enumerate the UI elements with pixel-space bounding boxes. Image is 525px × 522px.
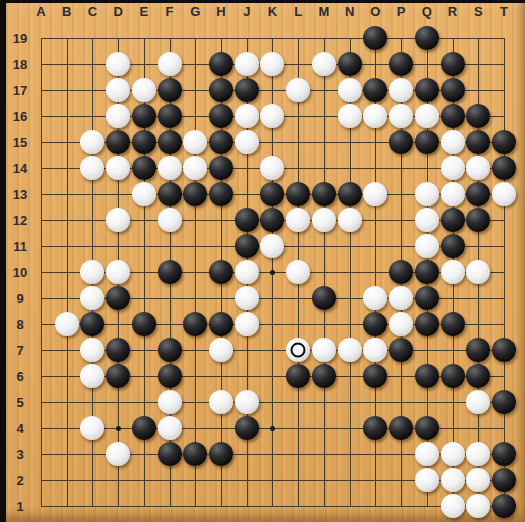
black-stone-M6[interactable] (312, 364, 336, 388)
white-stone-Q16[interactable] (415, 104, 439, 128)
white-stone-J15[interactable] (235, 130, 259, 154)
white-stone-R3[interactable] (441, 442, 465, 466)
black-stone-D7[interactable] (106, 338, 130, 362)
row-label: 15 (13, 135, 27, 150)
column-label: Q (422, 4, 432, 19)
black-stone-G13[interactable] (183, 182, 207, 206)
black-stone-T2[interactable] (492, 468, 516, 492)
column-label: M (318, 4, 329, 19)
white-stone-P9[interactable] (389, 286, 413, 310)
gridline-v (324, 38, 325, 506)
white-stone-O7[interactable] (363, 338, 387, 362)
white-stone-G14[interactable] (183, 156, 207, 180)
gridline-v (67, 38, 68, 506)
black-stone-S12[interactable] (466, 208, 490, 232)
white-stone-J10[interactable] (235, 260, 259, 284)
black-stone-R18[interactable] (441, 52, 465, 76)
row-label: 17 (13, 83, 27, 98)
column-label: B (62, 4, 71, 19)
white-stone-N7[interactable] (338, 338, 362, 362)
black-stone-K12[interactable] (260, 208, 284, 232)
star-point (270, 426, 275, 431)
white-stone-R10[interactable] (441, 260, 465, 284)
black-stone-R12[interactable] (441, 208, 465, 232)
column-label: C (88, 4, 97, 19)
black-stone-H13[interactable] (209, 182, 233, 206)
white-stone-F12[interactable] (158, 208, 182, 232)
white-stone-C7[interactable] (80, 338, 104, 362)
black-stone-F13[interactable] (158, 182, 182, 206)
black-stone-K13[interactable] (260, 182, 284, 206)
black-stone-L13[interactable] (286, 182, 310, 206)
white-stone-N17[interactable] (338, 78, 362, 102)
column-label: L (294, 4, 302, 19)
white-stone-Q11[interactable] (415, 234, 439, 258)
black-stone-H3[interactable] (209, 442, 233, 466)
white-stone-S14[interactable] (466, 156, 490, 180)
white-stone-Q2[interactable] (415, 468, 439, 492)
column-label: P (397, 4, 406, 19)
white-stone-M18[interactable] (312, 52, 336, 76)
row-label: 14 (13, 161, 27, 176)
black-stone-H8[interactable] (209, 312, 233, 336)
gridline-h (41, 506, 504, 507)
black-stone-H10[interactable] (209, 260, 233, 284)
column-label: A (36, 4, 45, 19)
black-stone-H17[interactable] (209, 78, 233, 102)
black-stone-G8[interactable] (183, 312, 207, 336)
white-stone-C10[interactable] (80, 260, 104, 284)
white-stone-C14[interactable] (80, 156, 104, 180)
black-stone-O6[interactable] (363, 364, 387, 388)
row-label: 19 (13, 31, 27, 46)
black-stone-P7[interactable] (389, 338, 413, 362)
last-move-marker (291, 343, 306, 358)
black-stone-N18[interactable] (338, 52, 362, 76)
white-stone-J18[interactable] (235, 52, 259, 76)
black-stone-S15[interactable] (466, 130, 490, 154)
white-stone-B8[interactable] (55, 312, 79, 336)
white-stone-G15[interactable] (183, 130, 207, 154)
black-stone-Q8[interactable] (415, 312, 439, 336)
go-app-window: ABCDEFGHJKLMNOPQRST 19181716151413121110… (0, 0, 525, 522)
black-stone-F3[interactable] (158, 442, 182, 466)
white-stone-S10[interactable] (466, 260, 490, 284)
white-stone-H5[interactable] (209, 390, 233, 414)
row-label: 1 (16, 499, 23, 514)
white-stone-D3[interactable] (106, 442, 130, 466)
gridline-v (41, 38, 42, 506)
black-stone-H14[interactable] (209, 156, 233, 180)
black-stone-Q6[interactable] (415, 364, 439, 388)
white-stone-P17[interactable] (389, 78, 413, 102)
white-stone-F5[interactable] (158, 390, 182, 414)
white-stone-F14[interactable] (158, 156, 182, 180)
white-stone-R15[interactable] (441, 130, 465, 154)
white-stone-Q3[interactable] (415, 442, 439, 466)
white-stone-D12[interactable] (106, 208, 130, 232)
black-stone-D15[interactable] (106, 130, 130, 154)
black-stone-N13[interactable] (338, 182, 362, 206)
white-stone-R2[interactable] (441, 468, 465, 492)
white-stone-J9[interactable] (235, 286, 259, 310)
black-stone-S13[interactable] (466, 182, 490, 206)
black-stone-T14[interactable] (492, 156, 516, 180)
row-label: 11 (13, 239, 27, 254)
white-stone-C4[interactable] (80, 416, 104, 440)
black-stone-R16[interactable] (441, 104, 465, 128)
black-stone-F17[interactable] (158, 78, 182, 102)
black-stone-J11[interactable] (235, 234, 259, 258)
white-stone-N16[interactable] (338, 104, 362, 128)
gridline-v (195, 38, 196, 506)
column-label: E (140, 4, 149, 19)
column-label: D (113, 4, 122, 19)
white-stone-K18[interactable] (260, 52, 284, 76)
column-label: H (216, 4, 225, 19)
black-stone-F7[interactable] (158, 338, 182, 362)
black-stone-O8[interactable] (363, 312, 387, 336)
white-stone-R1[interactable] (441, 494, 465, 518)
black-stone-J4[interactable] (235, 416, 259, 440)
white-stone-K16[interactable] (260, 104, 284, 128)
row-label: 3 (16, 447, 23, 462)
black-stone-E14[interactable] (132, 156, 156, 180)
black-stone-E4[interactable] (132, 416, 156, 440)
row-label: 16 (13, 109, 27, 124)
white-stone-C15[interactable] (80, 130, 104, 154)
star-point (116, 426, 121, 431)
white-stone-O13[interactable] (363, 182, 387, 206)
black-stone-T1[interactable] (492, 494, 516, 518)
column-label: F (166, 4, 174, 19)
white-stone-K14[interactable] (260, 156, 284, 180)
black-stone-Q10[interactable] (415, 260, 439, 284)
black-stone-M9[interactable] (312, 286, 336, 310)
white-stone-H7[interactable] (209, 338, 233, 362)
column-label: N (345, 4, 354, 19)
white-stone-J8[interactable] (235, 312, 259, 336)
black-stone-L6[interactable] (286, 364, 310, 388)
black-stone-M13[interactable] (312, 182, 336, 206)
go-board[interactable]: ABCDEFGHJKLMNOPQRST 19181716151413121110… (6, 3, 525, 522)
row-label: 8 (16, 317, 23, 332)
black-stone-E16[interactable] (132, 104, 156, 128)
black-stone-H15[interactable] (209, 130, 233, 154)
white-stone-S1[interactable] (466, 494, 490, 518)
white-stone-L10[interactable] (286, 260, 310, 284)
black-stone-J17[interactable] (235, 78, 259, 102)
row-label: 12 (13, 213, 27, 228)
white-stone-D17[interactable] (106, 78, 130, 102)
black-stone-S16[interactable] (466, 104, 490, 128)
black-stone-P18[interactable] (389, 52, 413, 76)
white-stone-Q13[interactable] (415, 182, 439, 206)
black-stone-S6[interactable] (466, 364, 490, 388)
white-stone-D16[interactable] (106, 104, 130, 128)
column-label: R (448, 4, 457, 19)
black-stone-T3[interactable] (492, 442, 516, 466)
black-stone-F16[interactable] (158, 104, 182, 128)
gridline-v (504, 38, 505, 506)
black-stone-Q15[interactable] (415, 130, 439, 154)
row-label: 13 (13, 187, 27, 202)
white-stone-F4[interactable] (158, 416, 182, 440)
black-stone-D6[interactable] (106, 364, 130, 388)
white-stone-E13[interactable] (132, 182, 156, 206)
white-stone-C9[interactable] (80, 286, 104, 310)
white-stone-E17[interactable] (132, 78, 156, 102)
black-stone-E8[interactable] (132, 312, 156, 336)
white-stone-L17[interactable] (286, 78, 310, 102)
row-label: 4 (16, 421, 23, 436)
white-stone-T13[interactable] (492, 182, 516, 206)
white-stone-P8[interactable] (389, 312, 413, 336)
row-label: 9 (16, 291, 23, 306)
black-stone-Q17[interactable] (415, 78, 439, 102)
black-stone-Q4[interactable] (415, 416, 439, 440)
black-stone-F15[interactable] (158, 130, 182, 154)
white-stone-O16[interactable] (363, 104, 387, 128)
column-label: K (268, 4, 277, 19)
white-stone-S2[interactable] (466, 468, 490, 492)
white-stone-O9[interactable] (363, 286, 387, 310)
black-stone-T7[interactable] (492, 338, 516, 362)
black-stone-H16[interactable] (209, 104, 233, 128)
row-label: 6 (16, 369, 23, 384)
row-label: 5 (16, 395, 23, 410)
white-stone-L12[interactable] (286, 208, 310, 232)
column-label: J (243, 4, 250, 19)
white-stone-Q12[interactable] (415, 208, 439, 232)
black-stone-T5[interactable] (492, 390, 516, 414)
black-stone-E15[interactable] (132, 130, 156, 154)
white-stone-L7[interactable] (286, 338, 310, 362)
black-stone-F6[interactable] (158, 364, 182, 388)
black-stone-O17[interactable] (363, 78, 387, 102)
white-stone-P16[interactable] (389, 104, 413, 128)
white-stone-R13[interactable] (441, 182, 465, 206)
star-point (270, 270, 275, 275)
white-stone-N12[interactable] (338, 208, 362, 232)
black-stone-C8[interactable] (80, 312, 104, 336)
row-label: 2 (16, 473, 23, 488)
column-label: S (474, 4, 483, 19)
white-stone-S3[interactable] (466, 442, 490, 466)
black-stone-R6[interactable] (441, 364, 465, 388)
black-stone-P10[interactable] (389, 260, 413, 284)
white-stone-D14[interactable] (106, 156, 130, 180)
white-stone-S5[interactable] (466, 390, 490, 414)
black-stone-T15[interactable] (492, 130, 516, 154)
white-stone-F18[interactable] (158, 52, 182, 76)
black-stone-J12[interactable] (235, 208, 259, 232)
column-label: O (370, 4, 380, 19)
black-stone-O19[interactable] (363, 26, 387, 50)
column-label: G (190, 4, 200, 19)
black-stone-D9[interactable] (106, 286, 130, 310)
white-stone-R14[interactable] (441, 156, 465, 180)
white-stone-J16[interactable] (235, 104, 259, 128)
black-stone-Q19[interactable] (415, 26, 439, 50)
black-stone-R11[interactable] (441, 234, 465, 258)
row-label: 10 (13, 265, 27, 280)
black-stone-F10[interactable] (158, 260, 182, 284)
black-stone-G3[interactable] (183, 442, 207, 466)
black-stone-R17[interactable] (441, 78, 465, 102)
black-stone-O4[interactable] (363, 416, 387, 440)
white-stone-J5[interactable] (235, 390, 259, 414)
white-stone-M12[interactable] (312, 208, 336, 232)
column-label: T (500, 4, 508, 19)
black-stone-S7[interactable] (466, 338, 490, 362)
black-stone-R8[interactable] (441, 312, 465, 336)
row-label: 18 (13, 57, 27, 72)
black-stone-Q9[interactable] (415, 286, 439, 310)
black-stone-P15[interactable] (389, 130, 413, 154)
row-label: 7 (16, 343, 23, 358)
black-stone-H18[interactable] (209, 52, 233, 76)
white-stone-C6[interactable] (80, 364, 104, 388)
white-stone-D10[interactable] (106, 260, 130, 284)
white-stone-M7[interactable] (312, 338, 336, 362)
white-stone-D18[interactable] (106, 52, 130, 76)
black-stone-P4[interactable] (389, 416, 413, 440)
white-stone-K11[interactable] (260, 234, 284, 258)
